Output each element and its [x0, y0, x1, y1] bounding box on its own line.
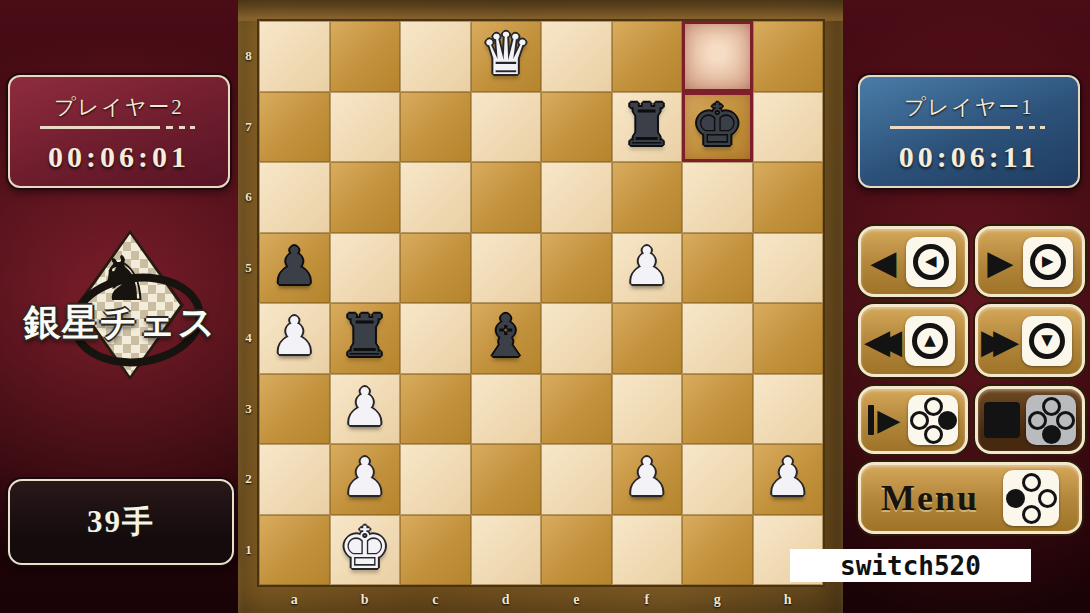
player1-underline	[890, 126, 1048, 129]
player1-clock: 00:06:11	[899, 140, 1039, 174]
fast-forward-button[interactable]: ▶▶▼	[975, 304, 1085, 377]
square-g4[interactable]	[682, 303, 753, 374]
file-label-g: g	[682, 590, 753, 610]
piece-wP-f2: ♟	[623, 451, 670, 507]
app-logo: ♞ 銀星チェス	[10, 222, 230, 388]
square-f6[interactable]	[612, 162, 683, 233]
square-d3[interactable]	[471, 374, 542, 445]
file-label-b: b	[330, 590, 401, 610]
move-counter: 39手	[87, 501, 155, 543]
square-d6[interactable]	[471, 162, 542, 233]
square-f1[interactable]	[612, 515, 683, 586]
rank-label-4: 4	[238, 303, 259, 374]
piece-wP-h2: ♟	[764, 451, 811, 507]
double-left-triangle-icon: ◀◀	[871, 324, 895, 358]
watermark: switch520	[790, 549, 1031, 582]
player2-clock: 00:06:01	[48, 140, 190, 174]
square-f5[interactable]: ♟	[612, 233, 683, 304]
move-counter-panel: 39手	[8, 479, 234, 565]
square-g8[interactable]	[682, 21, 753, 92]
square-f3[interactable]	[612, 374, 683, 445]
square-e2[interactable]	[541, 444, 612, 515]
square-d1[interactable]	[471, 515, 542, 586]
file-label-a: a	[259, 590, 330, 610]
square-b3[interactable]: ♟	[330, 374, 401, 445]
square-g5[interactable]	[682, 233, 753, 304]
square-b7[interactable]	[330, 92, 401, 163]
file-label-c: c	[400, 590, 471, 610]
square-c8[interactable]	[400, 21, 471, 92]
square-c7[interactable]	[400, 92, 471, 163]
square-a7[interactable]	[259, 92, 330, 163]
rank-label-2: 2	[238, 444, 259, 515]
square-h7[interactable]	[753, 92, 824, 163]
square-d7[interactable]	[471, 92, 542, 163]
square-b6[interactable]	[330, 162, 401, 233]
square-h2[interactable]: ♟	[753, 444, 824, 515]
file-label-d: d	[471, 590, 542, 610]
square-c6[interactable]	[400, 162, 471, 233]
piece-wQ-d8: ♛	[480, 25, 532, 87]
square-b1[interactable]: ♚	[330, 515, 401, 586]
square-c4[interactable]	[400, 303, 471, 374]
square-d4[interactable]: ♝	[471, 303, 542, 374]
square-c3[interactable]	[400, 374, 471, 445]
rank-label-7: 7	[238, 92, 259, 163]
square-e4[interactable]	[541, 303, 612, 374]
square-f4[interactable]	[612, 303, 683, 374]
file-label-e: e	[541, 590, 612, 610]
player2-panel: プレイヤー2 00:06:01	[8, 75, 230, 188]
square-f2[interactable]: ♟	[612, 444, 683, 515]
logo-title: 銀星チェス	[10, 298, 230, 348]
file-label-h: h	[753, 590, 824, 610]
step-forward-button[interactable]: ▶▶	[975, 226, 1085, 297]
square-e7[interactable]	[541, 92, 612, 163]
chess-board: ♛♜♚♟♟♟♜♝♟♟♟♟♚	[259, 21, 823, 585]
square-b4[interactable]: ♜	[330, 303, 401, 374]
piece-bR-f7: ♜	[621, 96, 673, 158]
square-a1[interactable]	[259, 515, 330, 586]
file-label-f: f	[612, 590, 683, 610]
stop-button	[975, 386, 1085, 454]
piece-wP-b3: ♟	[341, 381, 388, 437]
rewind-button[interactable]: ◀◀▲	[858, 304, 968, 377]
piece-bB-d4: ♝	[480, 307, 532, 369]
step-back-button[interactable]: ◀◀	[858, 226, 968, 297]
rank-label-1: 1	[238, 515, 259, 586]
square-d2[interactable]	[471, 444, 542, 515]
abxy-right-filled-icon	[908, 395, 958, 445]
player1-name: プレイヤー1	[904, 93, 1033, 121]
watermark-text: switch520	[840, 551, 981, 581]
square-h3[interactable]	[753, 374, 824, 445]
play-button[interactable]: ▶	[858, 386, 968, 454]
square-b8[interactable]	[330, 21, 401, 92]
stop-square-icon	[984, 402, 1020, 438]
square-e5[interactable]	[541, 233, 612, 304]
square-b2[interactable]: ♟	[330, 444, 401, 515]
square-a3[interactable]	[259, 374, 330, 445]
rank-label-6: 6	[238, 162, 259, 233]
square-a5[interactable]: ♟	[259, 233, 330, 304]
piece-wP-b2: ♟	[341, 451, 388, 507]
circle-up-button-icon: ▲	[905, 316, 955, 366]
step-play-icon: ▶	[868, 405, 900, 435]
square-h6[interactable]	[753, 162, 824, 233]
square-g2[interactable]	[682, 444, 753, 515]
menu-button[interactable]: Menu	[858, 462, 1082, 534]
circle-down-button-icon: ▼	[1022, 316, 1072, 366]
left-triangle-icon: ◀	[870, 245, 896, 279]
square-d8[interactable]: ♛	[471, 21, 542, 92]
square-h4[interactable]	[753, 303, 824, 374]
square-a4[interactable]: ♟	[259, 303, 330, 374]
rank-label-5: 5	[238, 233, 259, 304]
player1-panel: プレイヤー1 00:06:11	[858, 75, 1080, 188]
circle-right-button-icon: ▶	[1023, 237, 1073, 287]
abxy-bottom-filled-icon	[1026, 395, 1076, 445]
square-h5[interactable]	[753, 233, 824, 304]
square-f7[interactable]: ♜	[612, 92, 683, 163]
double-right-triangle-icon: ▶▶	[988, 324, 1012, 358]
square-b5[interactable]	[330, 233, 401, 304]
piece-bP-a5: ♟	[271, 240, 318, 296]
chess-board-frame: ♛♜♚♟♟♟♜♝♟♟♟♟♚ 87654321 abcdefgh	[238, 0, 843, 613]
rank-label-8: 8	[238, 21, 259, 92]
square-a8[interactable]	[259, 21, 330, 92]
square-d5[interactable]	[471, 233, 542, 304]
square-e6[interactable]	[541, 162, 612, 233]
square-e1[interactable]	[541, 515, 612, 586]
piece-bK-g7: ♚	[691, 96, 743, 158]
abxy-left-filled-icon	[1003, 470, 1059, 526]
square-f8[interactable]	[612, 21, 683, 92]
player2-underline	[40, 126, 198, 129]
piece-wP-f5: ♟	[623, 240, 670, 296]
square-a6[interactable]	[259, 162, 330, 233]
right-triangle-icon: ▶	[987, 245, 1013, 279]
square-g7[interactable]: ♚	[682, 92, 753, 163]
menu-button-label: Menu	[881, 477, 979, 519]
square-e8[interactable]	[541, 21, 612, 92]
piece-bR-b4: ♜	[339, 307, 391, 369]
square-c5[interactable]	[400, 233, 471, 304]
game-screen: ♛♜♚♟♟♟♜♝♟♟♟♟♚ 87654321 abcdefgh プレイヤー2 0…	[0, 0, 1090, 613]
square-g3[interactable]	[682, 374, 753, 445]
square-c1[interactable]	[400, 515, 471, 586]
square-c2[interactable]	[400, 444, 471, 515]
rank-label-3: 3	[238, 374, 259, 445]
square-g1[interactable]	[682, 515, 753, 586]
piece-wK-b1: ♚	[339, 519, 391, 581]
square-e3[interactable]	[541, 374, 612, 445]
player2-name: プレイヤー2	[54, 93, 183, 121]
square-h8[interactable]	[753, 21, 824, 92]
piece-wP-a4: ♟	[271, 310, 318, 366]
circle-left-button-icon: ◀	[906, 237, 956, 287]
square-a2[interactable]	[259, 444, 330, 515]
square-g6[interactable]	[682, 162, 753, 233]
